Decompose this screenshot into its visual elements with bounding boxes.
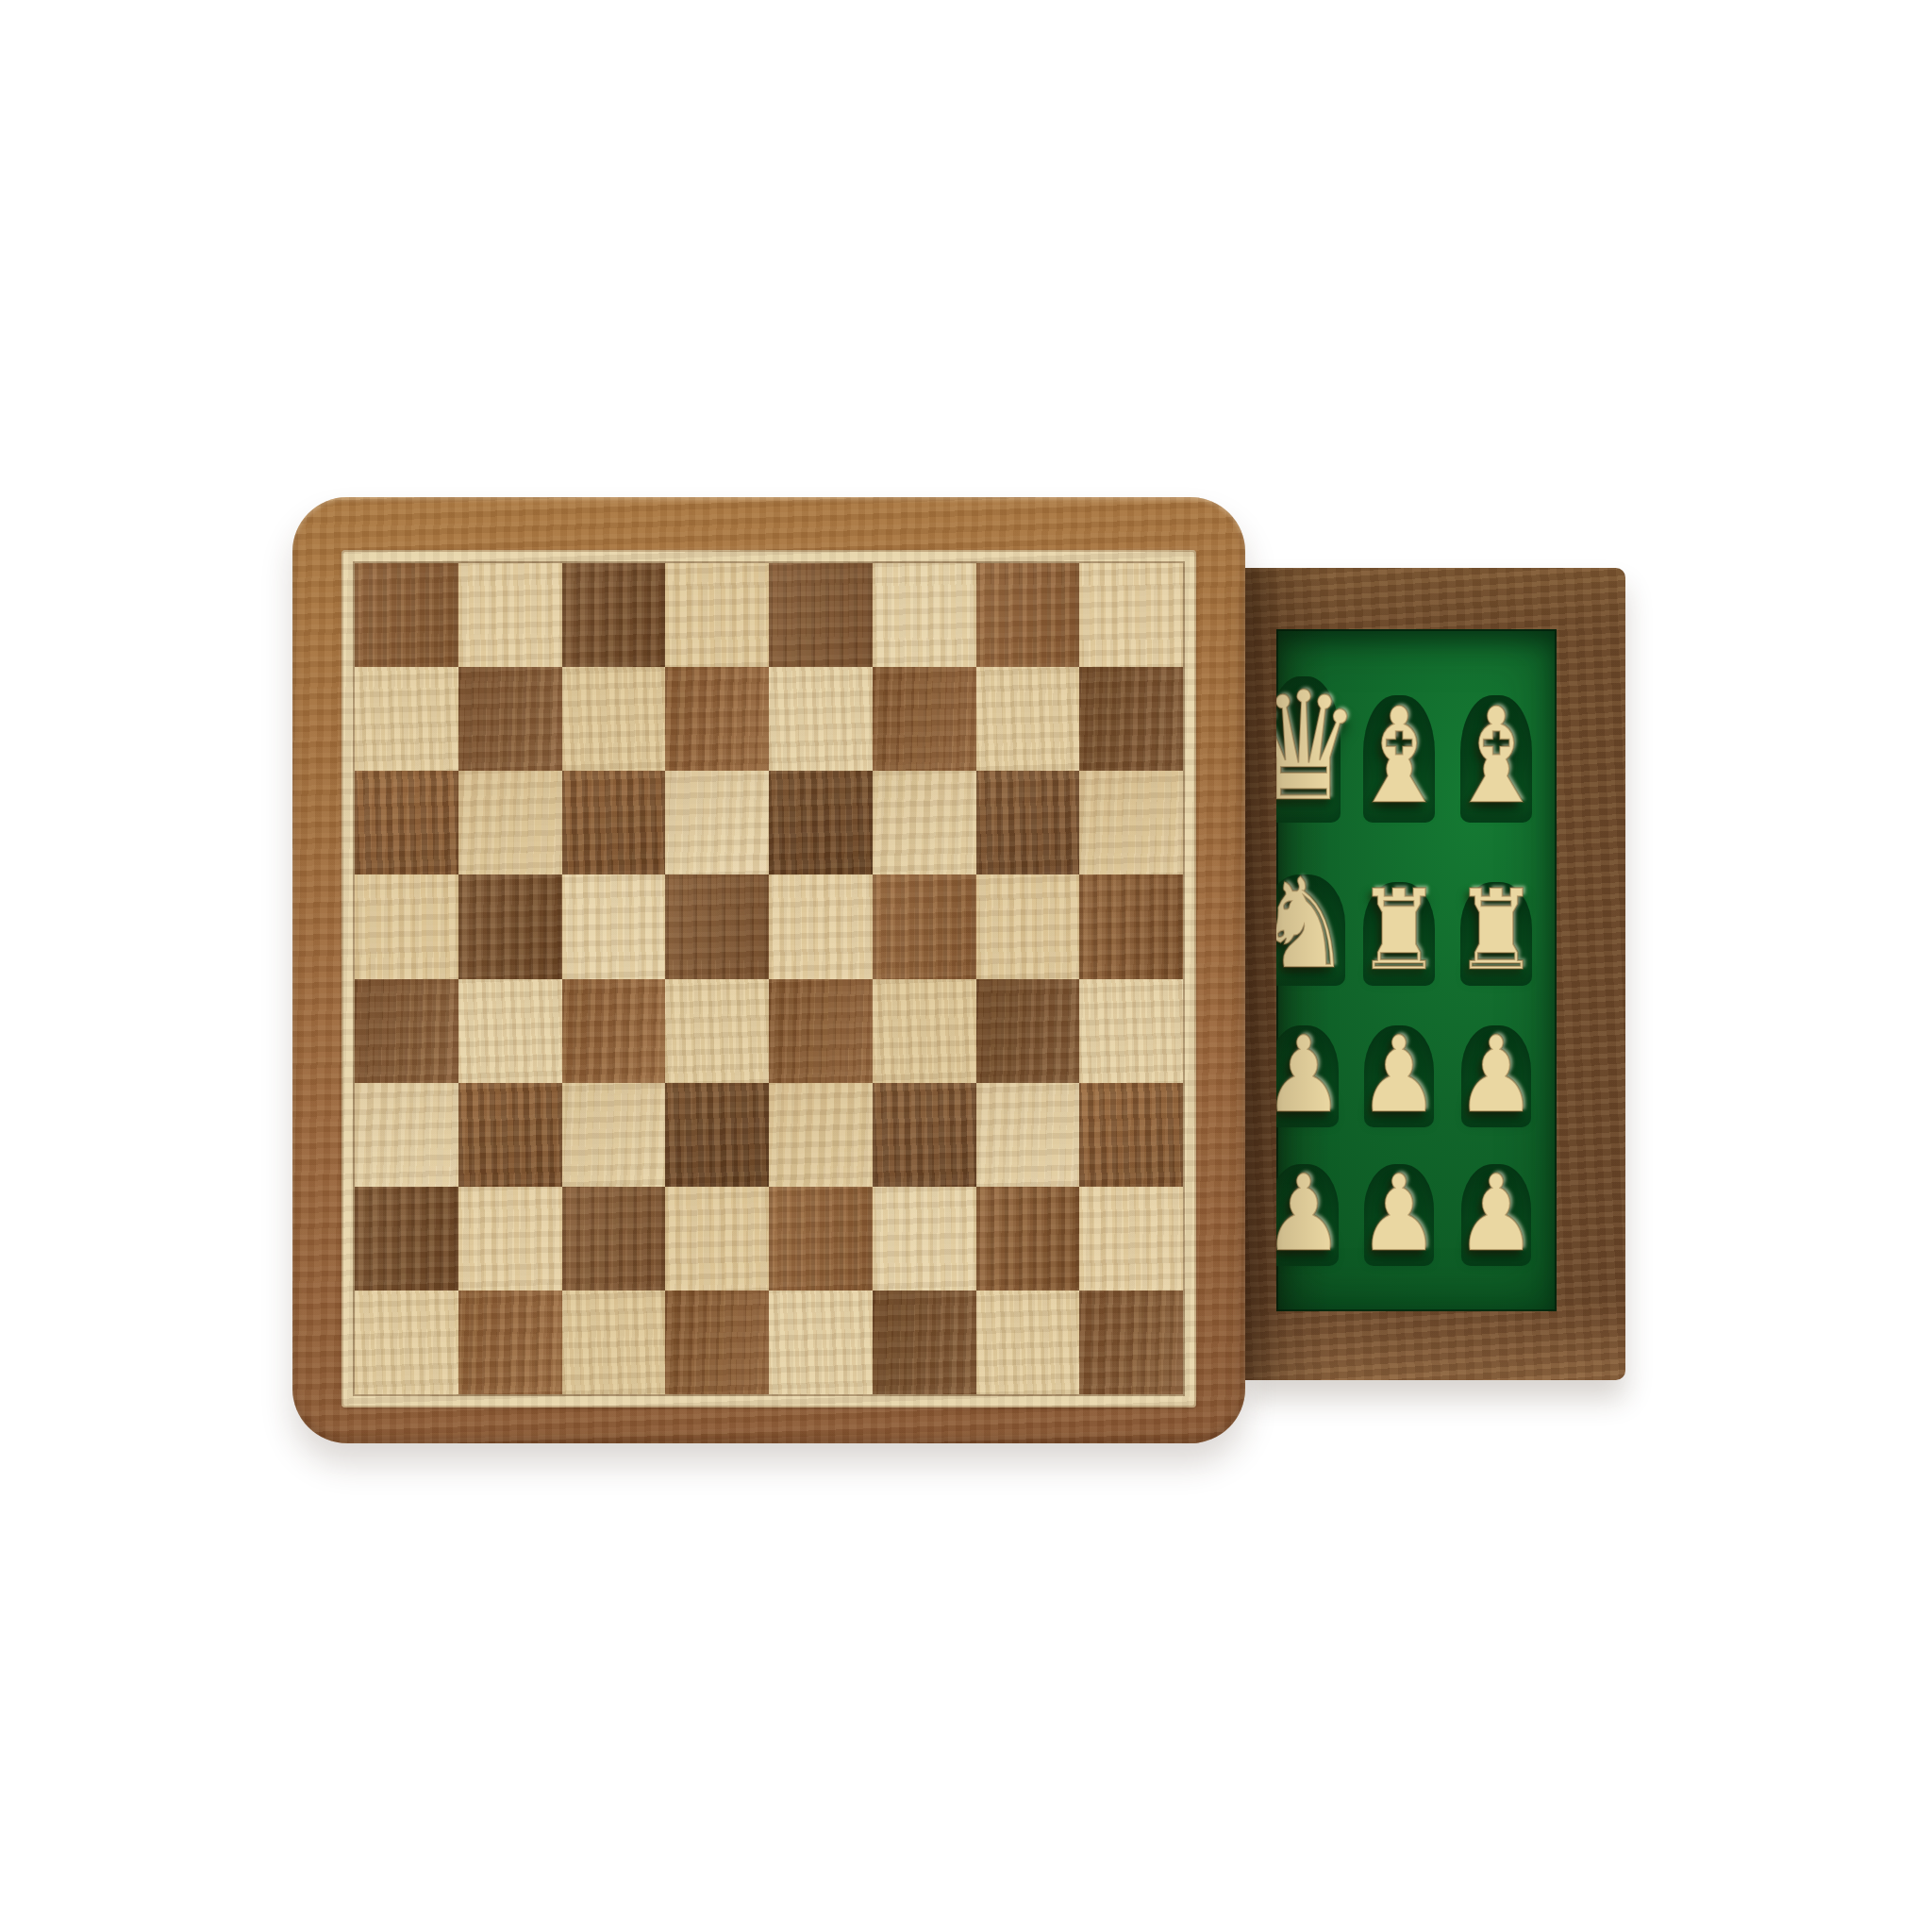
board-square[interactable] <box>769 771 873 874</box>
board-square[interactable] <box>458 563 562 667</box>
chess-board-box <box>292 497 1245 1443</box>
board-square[interactable] <box>458 1083 562 1187</box>
board-square[interactable] <box>665 1187 769 1291</box>
board-square[interactable] <box>562 1291 666 1394</box>
board-square[interactable] <box>665 1083 769 1187</box>
board-square[interactable] <box>1079 1291 1183 1394</box>
board-square[interactable] <box>976 874 1080 978</box>
board-square[interactable] <box>976 667 1080 771</box>
board-square[interactable] <box>458 667 562 771</box>
board-square[interactable] <box>562 1187 666 1291</box>
board-square[interactable] <box>976 1187 1080 1291</box>
board-square[interactable] <box>458 874 562 978</box>
board-square[interactable] <box>873 874 976 978</box>
board-square[interactable] <box>458 979 562 1083</box>
board-square[interactable] <box>562 563 666 667</box>
tray-piece-white-knight[interactable]: ♞ <box>1276 861 1351 986</box>
board-square[interactable] <box>1079 771 1183 874</box>
board-square[interactable] <box>355 979 458 1083</box>
board-square[interactable] <box>873 979 976 1083</box>
board-square[interactable] <box>665 771 769 874</box>
board-square[interactable] <box>355 771 458 874</box>
chess-board <box>355 563 1183 1394</box>
tray-piece-white-pawn[interactable]: ♟ <box>1358 1022 1439 1127</box>
board-square[interactable] <box>355 667 458 771</box>
board-square[interactable] <box>976 1291 1080 1394</box>
tray-piece-white-pawn[interactable]: ♟ <box>1276 1160 1344 1266</box>
board-square[interactable] <box>769 979 873 1083</box>
tray-piece-white-pawn[interactable]: ♟ <box>1358 1160 1439 1266</box>
board-square[interactable] <box>458 771 562 874</box>
board-square[interactable] <box>665 667 769 771</box>
tray-cell: ♟ <box>1347 1164 1451 1266</box>
board-square[interactable] <box>1079 979 1183 1083</box>
tray-cell: ♝ <box>1444 695 1548 823</box>
tray-cell: ♟ <box>1347 1025 1451 1127</box>
tray-piece-white-rook[interactable]: ♜ <box>1454 874 1539 986</box>
board-square[interactable] <box>873 1187 976 1291</box>
tray-cell: ♜ <box>1347 882 1451 986</box>
tray-piece-white-pawn[interactable]: ♟ <box>1276 1022 1344 1127</box>
board-square[interactable] <box>355 1291 458 1394</box>
board-square[interactable] <box>562 1083 666 1187</box>
board-square[interactable] <box>562 667 666 771</box>
chess-set-scene: ♛♝♝♞♜♜♟♟♟♟♟♟ <box>0 0 1932 1932</box>
board-square[interactable] <box>562 979 666 1083</box>
board-square[interactable] <box>769 1187 873 1291</box>
tray-cell: ♜ <box>1444 882 1548 986</box>
board-square[interactable] <box>976 771 1080 874</box>
board-square[interactable] <box>665 979 769 1083</box>
board-square[interactable] <box>769 563 873 667</box>
tray-piece-white-pawn[interactable]: ♟ <box>1456 1022 1536 1127</box>
board-square[interactable] <box>355 563 458 667</box>
board-square[interactable] <box>1079 1187 1183 1291</box>
tray-piece-white-bishop[interactable]: ♝ <box>1349 691 1450 823</box>
board-square[interactable] <box>769 1083 873 1187</box>
board-square[interactable] <box>562 771 666 874</box>
board-square[interactable] <box>873 771 976 874</box>
board-square[interactable] <box>1079 667 1183 771</box>
tray-piece-white-rook[interactable]: ♜ <box>1357 874 1441 986</box>
board-square[interactable] <box>355 1187 458 1291</box>
tray-cell: ♞ <box>1276 874 1356 986</box>
drawer-felt-tray: ♛♝♝♞♜♜♟♟♟♟♟♟ <box>1276 629 1557 1311</box>
board-square[interactable] <box>1079 1083 1183 1187</box>
board-square[interactable] <box>562 874 666 978</box>
tray-cell: ♛ <box>1276 676 1356 823</box>
tray-piece-white-pawn[interactable]: ♟ <box>1456 1160 1536 1266</box>
board-square[interactable] <box>769 874 873 978</box>
tray-piece-white-bishop[interactable]: ♝ <box>1446 691 1547 823</box>
tray-cell: ♟ <box>1276 1025 1356 1127</box>
board-square[interactable] <box>873 667 976 771</box>
board-square[interactable] <box>665 874 769 978</box>
board-square[interactable] <box>873 1083 976 1187</box>
board-square[interactable] <box>1079 874 1183 978</box>
tray-cell: ♟ <box>1276 1164 1356 1266</box>
board-square[interactable] <box>976 563 1080 667</box>
board-square[interactable] <box>976 979 1080 1083</box>
tray-cell: ♟ <box>1444 1025 1548 1127</box>
board-square[interactable] <box>665 563 769 667</box>
board-border-strip <box>341 550 1196 1407</box>
board-square[interactable] <box>1079 563 1183 667</box>
board-square[interactable] <box>458 1187 562 1291</box>
board-square[interactable] <box>976 1083 1080 1187</box>
board-square[interactable] <box>873 563 976 667</box>
board-square[interactable] <box>769 667 873 771</box>
board-square[interactable] <box>355 1083 458 1187</box>
board-square[interactable] <box>355 874 458 978</box>
tray-cell: ♟ <box>1444 1164 1548 1266</box>
tray-cell: ♝ <box>1347 695 1451 823</box>
board-square[interactable] <box>458 1291 562 1394</box>
piece-drawer[interactable]: ♛♝♝♞♜♜♟♟♟♟♟♟ <box>1245 568 1625 1380</box>
board-square[interactable] <box>769 1291 873 1394</box>
board-square[interactable] <box>873 1291 976 1394</box>
board-square[interactable] <box>665 1291 769 1394</box>
